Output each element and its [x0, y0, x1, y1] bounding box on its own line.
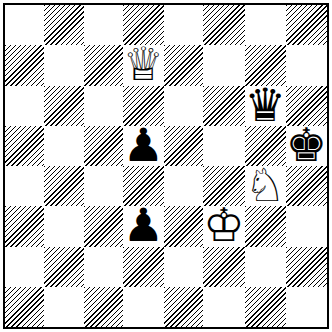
square-b7[interactable] [44, 45, 83, 85]
square-f6[interactable] [203, 86, 244, 126]
square-e8[interactable] [164, 5, 203, 45]
square-a7[interactable] [5, 45, 44, 85]
square-g6[interactable]: ♛ [245, 86, 286, 126]
square-f8[interactable] [203, 5, 244, 45]
square-b4[interactable] [44, 166, 83, 206]
piece-black-pawn[interactable]: ♟ [123, 205, 164, 245]
piece-black-pawn[interactable]: ♟ [123, 125, 164, 165]
square-c1[interactable] [84, 287, 123, 327]
square-g4[interactable]: ♘ [245, 166, 286, 206]
chess-diagram: ♕♛♟♚♘♟♔ [0, 0, 332, 332]
piece-black-king[interactable]: ♚ [286, 125, 327, 165]
square-h2[interactable] [286, 247, 327, 287]
square-c2[interactable] [84, 247, 123, 287]
square-c7[interactable] [84, 45, 123, 85]
square-b8[interactable] [44, 5, 83, 45]
square-e3[interactable] [164, 206, 203, 246]
square-d3[interactable]: ♟ [123, 206, 164, 246]
square-e5[interactable] [164, 126, 203, 166]
square-e2[interactable] [164, 247, 203, 287]
square-d2[interactable] [123, 247, 164, 287]
square-f5[interactable] [203, 126, 244, 166]
square-b6[interactable] [44, 86, 83, 126]
square-h3[interactable] [286, 206, 327, 246]
square-h5[interactable]: ♚ [286, 126, 327, 166]
square-a1[interactable] [5, 287, 44, 327]
square-h7[interactable] [286, 45, 327, 85]
piece-white-knight[interactable]: ♘ [245, 165, 286, 205]
square-e1[interactable] [164, 287, 203, 327]
piece-white-king[interactable]: ♔ [203, 205, 244, 245]
square-h1[interactable] [286, 287, 327, 327]
square-g1[interactable] [245, 287, 286, 327]
square-d5[interactable]: ♟ [123, 126, 164, 166]
square-a4[interactable] [5, 166, 44, 206]
square-g2[interactable] [245, 247, 286, 287]
square-c6[interactable] [84, 86, 123, 126]
square-c4[interactable] [84, 166, 123, 206]
square-f7[interactable] [203, 45, 244, 85]
square-d1[interactable] [123, 287, 164, 327]
square-c3[interactable] [84, 206, 123, 246]
chess-board: ♕♛♟♚♘♟♔ [5, 5, 327, 327]
square-e6[interactable] [164, 86, 203, 126]
square-c5[interactable] [84, 126, 123, 166]
piece-white-queen[interactable]: ♕ [123, 44, 164, 84]
square-f1[interactable] [203, 287, 244, 327]
square-a5[interactable] [5, 126, 44, 166]
square-d7[interactable]: ♕ [123, 45, 164, 85]
square-b2[interactable] [44, 247, 83, 287]
square-b1[interactable] [44, 287, 83, 327]
square-b3[interactable] [44, 206, 83, 246]
square-a2[interactable] [5, 247, 44, 287]
square-g8[interactable] [245, 5, 286, 45]
square-f3[interactable]: ♔ [203, 206, 244, 246]
piece-black-queen[interactable]: ♛ [245, 85, 286, 125]
square-a8[interactable] [5, 5, 44, 45]
square-a6[interactable] [5, 86, 44, 126]
square-b5[interactable] [44, 126, 83, 166]
board-frame: ♕♛♟♚♘♟♔ [3, 3, 329, 329]
square-g3[interactable] [245, 206, 286, 246]
square-c8[interactable] [84, 5, 123, 45]
square-h4[interactable] [286, 166, 327, 206]
square-f2[interactable] [203, 247, 244, 287]
square-a3[interactable] [5, 206, 44, 246]
square-h8[interactable] [286, 5, 327, 45]
square-e4[interactable] [164, 166, 203, 206]
square-e7[interactable] [164, 45, 203, 85]
